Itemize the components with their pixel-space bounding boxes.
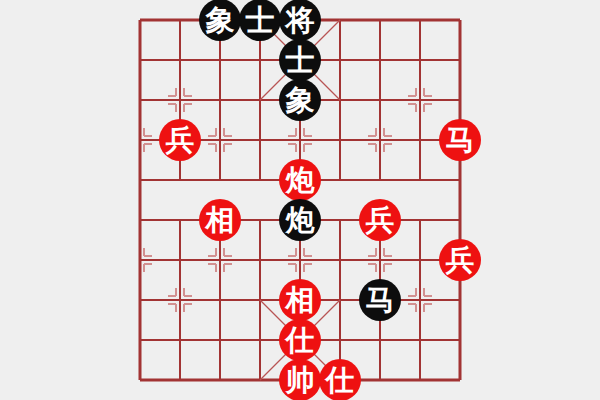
xiangqi-app: { "game": "xiangqi", "board": { "files":… xyxy=(0,0,600,400)
piece-black-king[interactable]: 将 xyxy=(279,0,321,41)
piece-black-elephant[interactable]: 象 xyxy=(279,79,321,121)
piece-red-pawn[interactable]: 兵 xyxy=(159,119,201,161)
piece-black-cannon[interactable]: 炮 xyxy=(279,199,321,241)
piece-red-advisor[interactable]: 仕 xyxy=(319,359,361,400)
piece-black-advisor[interactable]: 士 xyxy=(279,39,321,81)
piece-black-elephant[interactable]: 象 xyxy=(199,0,241,41)
piece-red-horse[interactable]: 马 xyxy=(439,119,481,161)
piece-black-horse[interactable]: 马 xyxy=(359,279,401,321)
piece-red-cannon[interactable]: 炮 xyxy=(279,159,321,201)
piece-red-pawn[interactable]: 兵 xyxy=(439,239,481,281)
piece-red-elephant[interactable]: 相 xyxy=(279,279,321,321)
piece-black-advisor[interactable]: 士 xyxy=(239,0,281,41)
piece-red-king[interactable]: 帅 xyxy=(279,359,321,400)
piece-red-advisor[interactable]: 仕 xyxy=(279,319,321,361)
piece-red-pawn[interactable]: 兵 xyxy=(359,199,401,241)
piece-layer: 象士将士象兵马炮相炮兵兵相马仕帅仕 xyxy=(120,0,480,400)
xiangqi-board[interactable]: 象士将士象兵马炮相炮兵兵相马仕帅仕 xyxy=(120,0,480,400)
piece-red-elephant[interactable]: 相 xyxy=(199,199,241,241)
